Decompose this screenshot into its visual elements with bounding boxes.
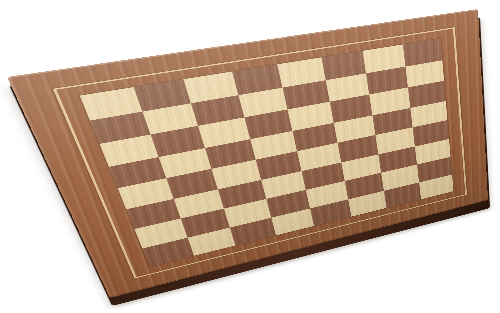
product-photo-background — [0, 0, 500, 313]
chessboard — [7, 9, 488, 298]
playing-field — [80, 38, 454, 266]
